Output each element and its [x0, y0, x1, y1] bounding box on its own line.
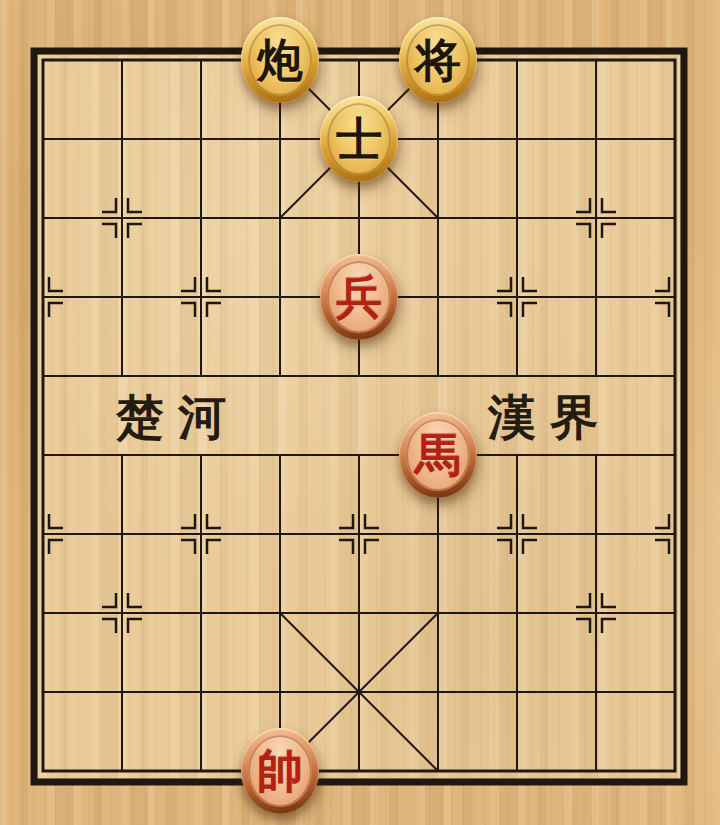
pieces-layer: 炮将士兵馬帥 [0, 0, 720, 825]
piece-black-general[interactable]: 将 [399, 17, 477, 103]
piece-glyph: 馬 [399, 412, 477, 498]
piece-glyph: 炮 [241, 17, 319, 103]
piece-glyph: 帥 [241, 728, 319, 814]
piece-black-cannon[interactable]: 炮 [241, 17, 319, 103]
piece-red-soldier[interactable]: 兵 [320, 254, 398, 340]
piece-red-general[interactable]: 帥 [241, 728, 319, 814]
piece-black-advisor[interactable]: 士 [320, 96, 398, 182]
piece-glyph: 兵 [320, 254, 398, 340]
piece-glyph: 士 [320, 96, 398, 182]
piece-glyph: 将 [399, 17, 477, 103]
board-stage: 楚河 漢界 炮将士兵馬帥 [0, 0, 720, 825]
piece-red-horse[interactable]: 馬 [399, 412, 477, 498]
